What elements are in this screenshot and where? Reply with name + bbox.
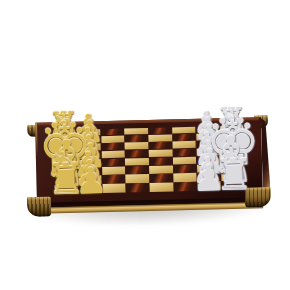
product-photo-stage: ♜♟♟♜♞♟♟♞♝♟♟♝♛♟♟♛♚♟♟♚♝♟♟♝♞♟♟♞♜♟♟♜ [0, 0, 290, 290]
pieces-layer: ♜♟♟♜♞♟♟♞♝♟♟♝♛♟♟♛♚♟♟♚♝♟♟♝♞♟♟♞♜♟♟♜ [0, 0, 290, 290]
piece-gold-pawn: ♟ [75, 163, 108, 200]
chess-set-scene: ♜♟♟♜♞♟♟♞♝♟♟♝♛♟♟♛♚♟♟♚♝♟♟♝♞♟♟♞♜♟♟♜ [0, 0, 290, 290]
piece-silver-rook: ♜ [214, 154, 254, 198]
